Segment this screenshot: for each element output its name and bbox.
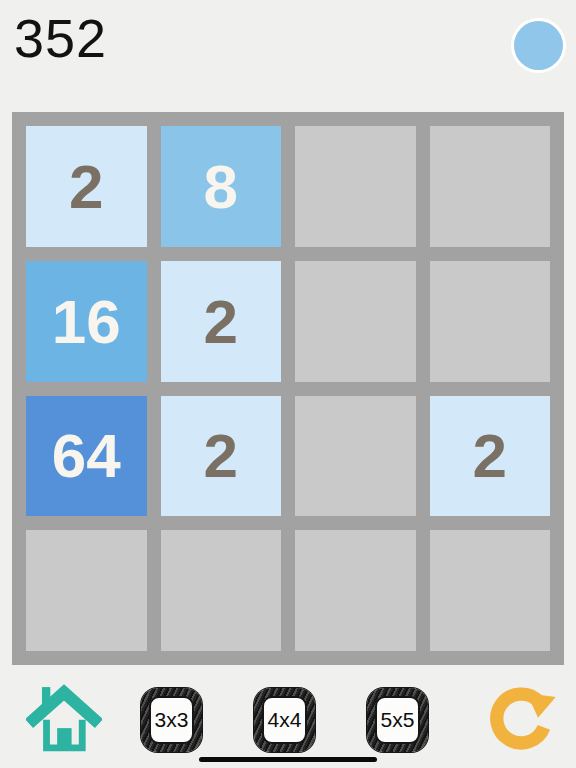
home-indicator-bar[interactable] [199,757,377,762]
tile-8-r1c2: 8 [161,126,282,247]
empty-cell-r4c3 [295,530,416,651]
score-value: 352 [14,10,107,66]
refresh-icon [484,683,558,757]
home-button[interactable] [26,682,102,756]
empty-cell-r2c3 [295,261,416,382]
tile-2-r2c2: 2 [161,261,282,382]
grid-size-label-5x5: 5x5 [375,696,420,744]
board-grid[interactable]: 281626422 [12,112,564,665]
empty-cell-r1c4 [430,126,551,247]
home-icon [26,682,102,756]
tile-64-r3c1: 64 [26,396,147,517]
empty-cell-r1c3 [295,126,416,247]
grid-size-button-3x3[interactable]: 3x3 [141,688,202,752]
empty-cell-r3c3 [295,396,416,517]
grid-size-label-4x4: 4x4 [262,696,307,744]
theme-circle-button[interactable] [514,21,563,70]
tile-16-r2c1: 16 [26,261,147,382]
tile-2-r1c1: 2 [26,126,147,247]
tile-2-r3c4: 2 [430,396,551,517]
restart-button[interactable] [484,683,558,757]
grid-size-label-3x3: 3x3 [149,696,194,744]
grid-size-button-4x4[interactable]: 4x4 [254,688,315,752]
tile-2-r3c2: 2 [161,396,282,517]
grid-size-button-5x5[interactable]: 5x5 [367,688,428,752]
empty-cell-r2c4 [430,261,551,382]
empty-cell-r4c1 [26,530,147,651]
empty-cell-r4c2 [161,530,282,651]
empty-cell-r4c4 [430,530,551,651]
